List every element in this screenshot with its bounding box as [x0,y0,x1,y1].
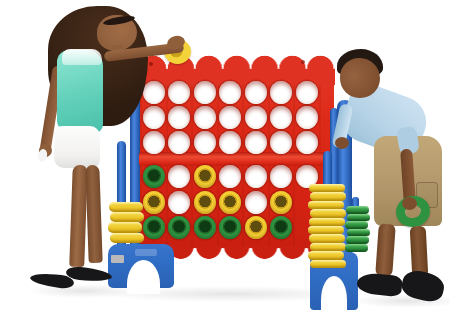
slot-r2-c1[interactable] [141,105,167,130]
spare-yellow-disc[interactable] [108,222,142,232]
slot-r5-c6[interactable] [269,190,295,216]
slot-r2-c6[interactable] [269,105,295,130]
slot-r4-c3[interactable] [192,164,218,190]
spare-yellow-disc[interactable] [310,209,346,217]
left-yellow-disc-stack[interactable] [109,202,143,243]
empty-slot [245,81,267,104]
slot-r5-c5[interactable] [243,190,269,216]
slot-r4-c6[interactable] [269,164,295,190]
empty-slot [296,81,318,104]
top-rail-mold-hole-right [301,60,305,64]
slot-r1-c6[interactable] [269,80,295,105]
spare-green-disc[interactable] [345,244,368,252]
slot-r2-c2[interactable] [167,105,193,130]
empty-slot [219,106,241,129]
slot-r3-c7[interactable] [294,130,320,155]
girl-white-shorts [54,126,100,168]
green-disc [194,216,216,239]
board-grid-upper-rows [141,80,320,155]
spare-yellow-disc[interactable] [310,243,346,251]
slot-r3-c2[interactable] [167,130,193,155]
slot-r4-c1[interactable] [141,164,167,190]
empty-slot [168,165,190,188]
empty-slot [296,106,318,129]
slot-r3-c4[interactable] [218,130,244,155]
spare-yellow-disc[interactable] [308,226,344,234]
empty-slot [245,165,267,188]
empty-slot [245,191,267,214]
spare-yellow-disc[interactable] [310,192,346,200]
empty-slot [168,191,190,214]
green-disc-stack[interactable] [346,206,369,252]
green-disc [219,216,241,239]
giant-connect-four-scene [0,0,450,317]
spare-green-disc[interactable] [346,236,369,244]
empty-slot [168,106,190,129]
empty-slot [270,131,292,154]
yellow-disc [245,216,267,239]
slot-r3-c5[interactable] [243,130,269,155]
empty-slot [219,81,241,104]
slot-r6-c6[interactable] [269,215,295,241]
spare-yellow-disc[interactable] [309,234,345,242]
left-base-foot [108,244,174,288]
girl-lace-yoke [62,49,102,65]
boy-hand-gripping-post [335,137,349,149]
slot-r1-c2[interactable] [167,80,193,105]
slot-r4-c5[interactable] [243,164,269,190]
slot-r6-c5[interactable] [243,215,269,241]
empty-slot [270,165,292,188]
empty-slot [270,81,292,104]
slot-r6-c4[interactable] [218,215,244,241]
slot-r2-c5[interactable] [243,105,269,130]
slot-r6-c3[interactable] [192,215,218,241]
green-disc [168,216,190,239]
empty-slot [194,81,216,104]
spare-yellow-disc[interactable] [309,218,345,226]
yellow-disc [194,165,216,188]
empty-slot [168,131,190,154]
right-yellow-disc-stack[interactable] [309,184,345,268]
slot-r1-c5[interactable] [243,80,269,105]
slot-r5-c3[interactable] [192,190,218,216]
slot-r3-c1[interactable] [141,130,167,155]
empty-slot [168,81,190,104]
yellow-disc [194,191,216,214]
slot-r1-c4[interactable] [218,80,244,105]
empty-slot [194,131,216,154]
empty-slot [143,106,165,129]
spare-green-disc[interactable] [346,206,369,214]
spare-yellow-disc[interactable] [110,233,144,243]
spare-yellow-disc[interactable] [308,201,344,209]
slot-r6-c1[interactable] [141,215,167,241]
green-disc [270,216,292,239]
empty-slot [219,165,241,188]
empty-slot [194,106,216,129]
boy-front-leg [375,223,396,276]
spare-yellow-disc[interactable] [310,260,346,268]
empty-slot [143,131,165,154]
slot-r1-c3[interactable] [192,80,218,105]
yellow-disc [219,191,241,214]
spare-yellow-disc[interactable] [110,212,144,222]
slot-r4-c2[interactable] [167,164,193,190]
spare-yellow-disc[interactable] [309,184,345,192]
board-grid-lower-rows [141,164,320,241]
girl-back-leg [85,165,102,263]
empty-slot [245,131,267,154]
spare-green-disc[interactable] [347,214,370,222]
slot-r1-c7[interactable] [294,80,320,105]
empty-slot [296,131,318,154]
slot-r2-c4[interactable] [218,105,244,130]
slot-r3-c3[interactable] [192,130,218,155]
boy-head [340,58,380,98]
top-rail-mold-hole-left [149,62,153,66]
slot-r5-c1[interactable] [141,190,167,216]
spare-yellow-disc[interactable] [109,202,143,212]
slot-r5-c2[interactable] [167,190,193,216]
empty-slot [143,81,165,104]
yellow-disc [270,191,292,214]
slot-r5-c4[interactable] [218,190,244,216]
slot-r4-c4[interactable] [218,164,244,190]
empty-slot [219,131,241,154]
spare-green-disc[interactable] [345,221,368,229]
base-sticker [111,255,124,263]
slot-r3-c6[interactable] [269,130,295,155]
green-disc [143,165,165,188]
slot-r2-c3[interactable] [192,105,218,130]
yellow-disc [143,191,165,214]
slot-r6-c2[interactable] [167,215,193,241]
green-disc [143,216,165,239]
spare-yellow-disc[interactable] [308,251,344,259]
empty-slot [270,106,292,129]
spare-green-disc[interactable] [347,229,370,237]
empty-slot [245,106,267,129]
slot-r2-c7[interactable] [294,105,320,130]
base-emboss-logo [135,249,157,256]
boy-right-hand [402,197,417,210]
